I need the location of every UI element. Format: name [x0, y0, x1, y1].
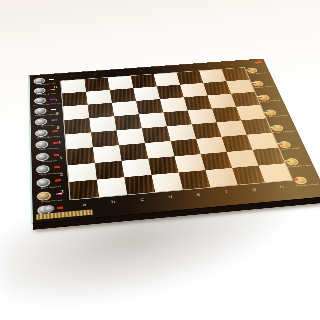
champion-medallion: Magnus Carlsen [290, 175, 320, 187]
champion-medallion: Ruslan Ponomariov [262, 108, 290, 118]
file-label-a: a [60, 74, 84, 78]
logo-mark [254, 60, 262, 63]
champion-medallion: Vladimir Kramnik [255, 94, 282, 103]
rank-label-7: 7 [50, 93, 60, 107]
rank-label-1: 1 [55, 183, 67, 202]
square-c1[interactable] [124, 175, 155, 195]
file-label-h: h [220, 62, 243, 66]
file-label-c: c [127, 196, 156, 203]
country-flag-icon [277, 143, 283, 145]
country-flag-icon [251, 82, 256, 84]
country-flag-icon [57, 207, 63, 210]
champion-name: Alexander Khalifman [253, 86, 275, 89]
country-flag-icon [270, 126, 275, 128]
file-label-f: f [212, 188, 241, 195]
file-label-a: a [70, 201, 99, 209]
rank-label-8: 8 [49, 81, 59, 94]
file-label-e: e [152, 67, 175, 71]
file-label-d: d [156, 193, 185, 200]
rank-label-4: 4 [53, 135, 64, 151]
country-flag-icon [292, 178, 298, 181]
champion-medallion: Garry Kasparov [244, 67, 269, 75]
champion-medallion: Viswanathan Anand [282, 157, 312, 168]
country-flag-icon [246, 69, 251, 71]
champion-medallion: Veselin Topalov [275, 140, 304, 151]
rank-label-6: 6 [51, 106, 61, 121]
rank-label-2: 2 [54, 166, 65, 184]
square-d1[interactable] [152, 172, 183, 192]
rank-label-5: 5 [52, 120, 63, 135]
square-b1[interactable] [97, 177, 127, 197]
champion-name: Ruslan Ponomariov [265, 115, 288, 118]
rank-label-3: 3 [53, 150, 64, 167]
file-label-c: c [106, 71, 129, 75]
country-flag-icon [264, 111, 269, 113]
country-flag-icon [285, 160, 291, 162]
file-label-h: h [267, 183, 296, 190]
chess-board: Wilhelm SteinitzEmanuel LaskerJose Raul … [28, 58, 320, 224]
champion-name: Rustam Kasimdzhanov [272, 130, 295, 133]
champion-name: Garry Kasparov [247, 72, 268, 75]
file-label-e: e [184, 191, 213, 198]
champion-name: Vladimir Kramnik [259, 100, 281, 103]
champion-medallion: Alexander Khalifman [249, 80, 275, 89]
file-label-g: g [240, 186, 269, 193]
file-label-b: b [83, 72, 107, 76]
file-label-f: f [175, 66, 198, 70]
square-a1[interactable] [69, 180, 99, 200]
board-frame: Wilhelm SteinitzEmanuel LaskerJose Raul … [28, 58, 320, 224]
photo-background: Wilhelm SteinitzEmanuel LaskerJose Raul … [0, 0, 320, 320]
file-label-d: d [129, 69, 152, 73]
file-label-g: g [198, 64, 221, 68]
file-label-b: b [99, 198, 128, 205]
country-flag-icon [257, 96, 262, 98]
champion-medallion: Rustam Kasimdzhanov [268, 124, 296, 134]
